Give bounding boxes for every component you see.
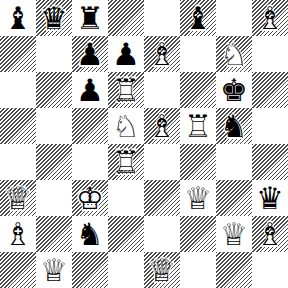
square-d8[interactable]	[108, 0, 144, 36]
square-h1[interactable]	[252, 252, 288, 288]
white-queen-glyph: ♕	[0, 180, 36, 216]
square-b6[interactable]	[36, 72, 72, 108]
square-e6[interactable]	[144, 72, 180, 108]
square-g5[interactable]: ♞♞	[216, 108, 252, 144]
white-bishop-h2[interactable]: ♝♗	[252, 216, 288, 252]
white-rook-f5[interactable]: ♜♖	[180, 108, 216, 144]
white-king-c3[interactable]: ♚♔	[72, 180, 108, 216]
square-f1[interactable]	[180, 252, 216, 288]
square-a5[interactable]	[0, 108, 36, 144]
square-c4[interactable]	[72, 144, 108, 180]
square-h7[interactable]	[252, 36, 288, 72]
white-bishop-glyph: ♗	[252, 216, 288, 252]
black-knight-g5[interactable]: ♞♞	[216, 108, 252, 144]
black-pawn-c7[interactable]: ♟♟	[72, 36, 108, 72]
square-f5[interactable]: ♜♖	[180, 108, 216, 144]
white-rook-glyph: ♖	[108, 72, 144, 108]
square-g6[interactable]: ♚♚	[216, 72, 252, 108]
square-a6[interactable]	[0, 72, 36, 108]
square-b8[interactable]: ♛♛	[36, 0, 72, 36]
square-g4[interactable]	[216, 144, 252, 180]
white-knight-d5[interactable]: ♞♘	[108, 108, 144, 144]
square-h4[interactable]	[252, 144, 288, 180]
square-d3[interactable]	[108, 180, 144, 216]
white-queen-g2[interactable]: ♛♕	[216, 216, 252, 252]
square-d7[interactable]: ♟♟	[108, 36, 144, 72]
square-e8[interactable]	[144, 0, 180, 36]
square-c8[interactable]: ♜♜	[72, 0, 108, 36]
square-f8[interactable]: ♝♝	[180, 0, 216, 36]
square-f2[interactable]	[180, 216, 216, 252]
square-e5[interactable]: ♝♗	[144, 108, 180, 144]
white-bishop-e5[interactable]: ♝♗	[144, 108, 180, 144]
square-d2[interactable]	[108, 216, 144, 252]
square-d6[interactable]: ♜♖	[108, 72, 144, 108]
white-rook-d4[interactable]: ♜♖	[108, 144, 144, 180]
black-bishop-glyph: ♝	[180, 0, 216, 36]
square-b2[interactable]	[36, 216, 72, 252]
square-d1[interactable]	[108, 252, 144, 288]
white-queen-a3[interactable]: ♛♕	[0, 180, 36, 216]
square-d5[interactable]: ♞♘	[108, 108, 144, 144]
white-bishop-glyph: ♗	[252, 0, 288, 36]
white-queen-glyph: ♕	[180, 180, 216, 216]
black-knight-glyph: ♞	[216, 108, 252, 144]
black-rook-glyph: ♜	[72, 0, 108, 36]
black-queen-b8[interactable]: ♛♛	[36, 0, 72, 36]
square-a1[interactable]	[0, 252, 36, 288]
square-h6[interactable]	[252, 72, 288, 108]
white-queen-f3[interactable]: ♛♕	[180, 180, 216, 216]
square-h8[interactable]: ♝♗	[252, 0, 288, 36]
square-a2[interactable]: ♝♗	[0, 216, 36, 252]
white-queen-e1[interactable]: ♛♕	[144, 252, 180, 288]
square-e7[interactable]: ♝♗	[144, 36, 180, 72]
square-g2[interactable]: ♛♕	[216, 216, 252, 252]
black-pawn-glyph: ♟	[108, 36, 144, 72]
white-knight-g7[interactable]: ♞♘	[216, 36, 252, 72]
black-queen-h3[interactable]: ♛♛	[252, 180, 288, 216]
square-e3[interactable]	[144, 180, 180, 216]
chess-board: ♝♝♛♛♜♜♝♝♝♗♟♟♟♟♝♗♞♘♟♟♜♖♚♚♞♘♝♗♜♖♞♞♜♖♛♕♚♔♛♕…	[0, 0, 288, 288]
square-f4[interactable]	[180, 144, 216, 180]
square-g3[interactable]	[216, 180, 252, 216]
black-queen-glyph: ♛	[36, 0, 72, 36]
square-e2[interactable]	[144, 216, 180, 252]
square-c2[interactable]: ♞♞	[72, 216, 108, 252]
white-rook-d6[interactable]: ♜♖	[108, 72, 144, 108]
white-bishop-h8[interactable]: ♝♗	[252, 0, 288, 36]
square-f6[interactable]	[180, 72, 216, 108]
square-h3[interactable]: ♛♛	[252, 180, 288, 216]
square-d4[interactable]: ♜♖	[108, 144, 144, 180]
black-pawn-glyph: ♟	[72, 36, 108, 72]
black-king-g6[interactable]: ♚♚	[216, 72, 252, 108]
white-queen-glyph: ♕	[36, 252, 72, 288]
square-f3[interactable]: ♛♕	[180, 180, 216, 216]
black-bishop-f8[interactable]: ♝♝	[180, 0, 216, 36]
square-c3[interactable]: ♚♔	[72, 180, 108, 216]
square-e4[interactable]	[144, 144, 180, 180]
square-c1[interactable]	[72, 252, 108, 288]
white-bishop-glyph: ♗	[0, 216, 36, 252]
square-a4[interactable]	[0, 144, 36, 180]
black-pawn-glyph: ♟	[72, 72, 108, 108]
black-queen-glyph: ♛	[252, 180, 288, 216]
square-b4[interactable]	[36, 144, 72, 180]
square-a3[interactable]: ♛♕	[0, 180, 36, 216]
white-bishop-e7[interactable]: ♝♗	[144, 36, 180, 72]
white-knight-glyph: ♘	[216, 36, 252, 72]
white-bishop-a2[interactable]: ♝♗	[0, 216, 36, 252]
black-bishop-glyph: ♝	[0, 0, 36, 36]
square-e1[interactable]: ♛♕	[144, 252, 180, 288]
black-knight-c2[interactable]: ♞♞	[72, 216, 108, 252]
square-b5[interactable]	[36, 108, 72, 144]
square-h5[interactable]	[252, 108, 288, 144]
black-rook-c8[interactable]: ♜♜	[72, 0, 108, 36]
square-a7[interactable]	[0, 36, 36, 72]
white-rook-glyph: ♖	[180, 108, 216, 144]
square-f7[interactable]	[180, 36, 216, 72]
white-queen-glyph: ♕	[216, 216, 252, 252]
square-g8[interactable]	[216, 0, 252, 36]
white-queen-glyph: ♕	[144, 252, 180, 288]
black-knight-glyph: ♞	[72, 216, 108, 252]
black-pawn-d7[interactable]: ♟♟	[108, 36, 144, 72]
white-queen-b1[interactable]: ♛♕	[36, 252, 72, 288]
black-pawn-c6[interactable]: ♟♟	[72, 72, 108, 108]
black-bishop-a8[interactable]: ♝♝	[0, 0, 36, 36]
black-king-glyph: ♚	[216, 72, 252, 108]
square-c7[interactable]: ♟♟	[72, 36, 108, 72]
white-king-glyph: ♔	[72, 180, 108, 216]
white-knight-glyph: ♘	[108, 108, 144, 144]
white-bishop-glyph: ♗	[144, 108, 180, 144]
square-b1[interactable]: ♛♕	[36, 252, 72, 288]
white-rook-glyph: ♖	[108, 144, 144, 180]
square-b3[interactable]	[36, 180, 72, 216]
square-g7[interactable]: ♞♘	[216, 36, 252, 72]
square-g1[interactable]	[216, 252, 252, 288]
white-bishop-glyph: ♗	[144, 36, 180, 72]
square-b7[interactable]	[36, 36, 72, 72]
square-h2[interactable]: ♝♗	[252, 216, 288, 252]
square-a8[interactable]: ♝♝	[0, 0, 36, 36]
square-c6[interactable]: ♟♟	[72, 72, 108, 108]
square-c5[interactable]	[72, 108, 108, 144]
